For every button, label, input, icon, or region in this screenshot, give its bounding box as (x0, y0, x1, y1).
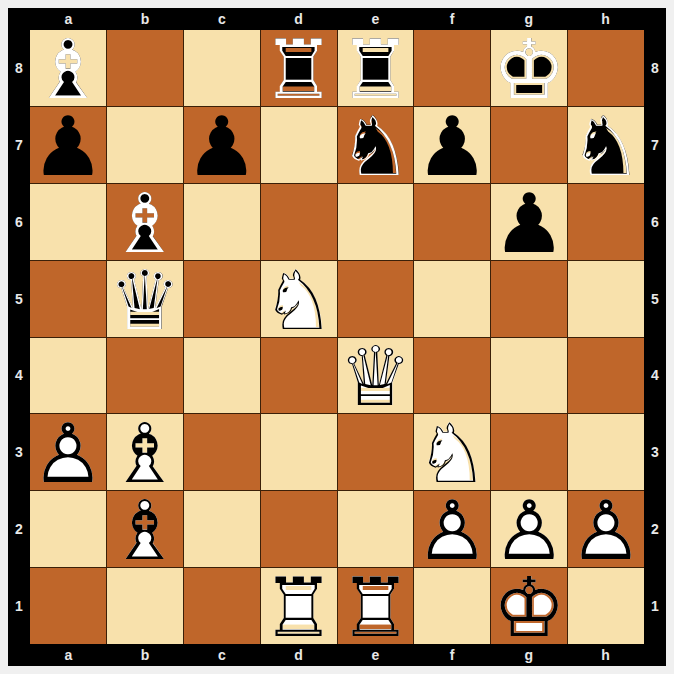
piece-fill-layer: ♟ (491, 493, 567, 569)
piece-outline-layer: ♙ (30, 416, 106, 492)
piece-outline-layer: ♘ (338, 109, 414, 185)
square-a5[interactable] (30, 261, 106, 337)
square-h3[interactable] (568, 414, 644, 490)
piece-fill-layer: ♜ (261, 570, 337, 646)
square-b1[interactable] (107, 568, 183, 644)
black-pawn: ♟ (30, 107, 106, 183)
left-rank-labels: 87654321 (8, 30, 30, 644)
file-label-a: a (30, 644, 107, 666)
square-g7[interactable] (491, 107, 567, 183)
square-e5[interactable] (338, 261, 414, 337)
file-label-h: h (567, 8, 644, 30)
piece-fill-layer: ♜ (338, 570, 414, 646)
piece-fill-layer: ♟ (568, 493, 644, 569)
rank-label-7: 7 (8, 107, 30, 184)
right-rank-labels: 87654321 (644, 30, 666, 644)
white-queen: ♛♕ (338, 338, 414, 414)
square-d2[interactable] (261, 491, 337, 567)
square-a3[interactable]: ♟♙ (30, 414, 106, 490)
file-label-e: e (337, 644, 414, 666)
piece-fill-layer: ♞ (568, 109, 644, 185)
piece-fill-layer: ♟ (491, 186, 567, 262)
black-knight: ♞♘ (568, 107, 644, 183)
piece-outline-layer: ♘ (568, 109, 644, 185)
black-pawn: ♟ (184, 107, 260, 183)
square-b6[interactable]: ♝♗ (107, 184, 183, 260)
square-f8[interactable] (414, 30, 490, 106)
square-a2[interactable] (30, 491, 106, 567)
black-bishop: ♝♗ (107, 184, 183, 260)
black-king: ♚♔ (491, 30, 567, 106)
black-pawn: ♟ (491, 184, 567, 260)
piece-fill-layer: ♝ (30, 32, 106, 108)
square-h7[interactable]: ♞♘ (568, 107, 644, 183)
piece-fill-layer: ♜ (338, 32, 414, 108)
square-e7[interactable]: ♞♘ (338, 107, 414, 183)
square-a4[interactable] (30, 338, 106, 414)
square-g2[interactable]: ♟♙ (491, 491, 567, 567)
square-f6[interactable] (414, 184, 490, 260)
rank-label-5: 5 (8, 260, 30, 337)
rank-label-3: 3 (8, 414, 30, 491)
black-bishop: ♝♗ (30, 30, 106, 106)
piece-fill-layer: ♝ (107, 493, 183, 569)
white-pawn: ♟♙ (414, 491, 490, 567)
square-e1[interactable]: ♜♖ (338, 568, 414, 644)
file-label-a: a (30, 8, 107, 30)
square-c4[interactable] (184, 338, 260, 414)
square-g4[interactable] (491, 338, 567, 414)
piece-outline-layer: ♕ (107, 263, 183, 339)
square-g6[interactable]: ♟ (491, 184, 567, 260)
white-bishop: ♝♗ (107, 414, 183, 490)
file-label-g: g (491, 644, 568, 666)
square-h4[interactable] (568, 338, 644, 414)
square-c2[interactable] (184, 491, 260, 567)
square-d8[interactable]: ♜♖ (261, 30, 337, 106)
square-b4[interactable] (107, 338, 183, 414)
border-corner-bottom-left (8, 644, 30, 666)
piece-outline-layer: ♖ (261, 32, 337, 108)
square-d6[interactable] (261, 184, 337, 260)
piece-fill-layer: ♞ (414, 416, 490, 492)
white-pawn: ♟♙ (568, 491, 644, 567)
chess-board-frame: abcdefgh 87654321 ♝♗♜♖♜♖♚♔♟♟♞♘♟♞♘♝♗♟♛♕♞♘… (8, 8, 666, 666)
square-e3[interactable] (338, 414, 414, 490)
page: { "game": "chess", "position": "b2rr1k1/… (0, 0, 674, 674)
file-label-e: e (337, 8, 414, 30)
piece-fill-layer: ♟ (184, 109, 260, 185)
rank-label-3: 3 (644, 414, 666, 491)
piece-outline-layer: ♗ (30, 32, 106, 108)
square-c6[interactable] (184, 184, 260, 260)
piece-outline-layer: ♔ (491, 32, 567, 108)
square-c8[interactable] (184, 30, 260, 106)
piece-outline-layer: ♘ (261, 263, 337, 339)
square-c3[interactable] (184, 414, 260, 490)
file-label-d: d (260, 8, 337, 30)
piece-outline-layer: ♙ (491, 493, 567, 569)
square-d5[interactable]: ♞♘ (261, 261, 337, 337)
square-f5[interactable] (414, 261, 490, 337)
square-d4[interactable] (261, 338, 337, 414)
piece-outline-layer: ♙ (414, 493, 490, 569)
rank-label-1: 1 (644, 567, 666, 644)
border-corner-top-left (8, 8, 30, 30)
square-a8[interactable]: ♝♗ (30, 30, 106, 106)
square-f4[interactable] (414, 338, 490, 414)
square-a1[interactable] (30, 568, 106, 644)
square-g8[interactable]: ♚♔ (491, 30, 567, 106)
rank-label-2: 2 (644, 491, 666, 568)
piece-fill-layer: ♚ (491, 32, 567, 108)
file-label-d: d (260, 644, 337, 666)
piece-fill-layer: ♞ (338, 109, 414, 185)
square-b7[interactable] (107, 107, 183, 183)
piece-fill-layer: ♟ (30, 109, 106, 185)
piece-outline-layer: ♘ (414, 416, 490, 492)
chess-board: ♝♗♜♖♜♖♚♔♟♟♞♘♟♞♘♝♗♟♛♕♞♘♛♕♟♙♝♗♞♘♝♗♟♙♟♙♟♙♜♖… (30, 30, 644, 644)
black-knight: ♞♘ (338, 107, 414, 183)
piece-outline-layer: ♖ (338, 32, 414, 108)
rank-label-6: 6 (8, 184, 30, 261)
square-d1[interactable]: ♜♖ (261, 568, 337, 644)
square-g3[interactable] (491, 414, 567, 490)
piece-outline-layer: ♔ (491, 570, 567, 646)
square-a6[interactable] (30, 184, 106, 260)
square-h2[interactable]: ♟♙ (568, 491, 644, 567)
square-f1[interactable] (414, 568, 490, 644)
square-g1[interactable]: ♚♔ (491, 568, 567, 644)
square-e6[interactable] (338, 184, 414, 260)
square-c7[interactable]: ♟ (184, 107, 260, 183)
rank-label-1: 1 (8, 567, 30, 644)
white-bishop: ♝♗ (107, 491, 183, 567)
square-f7[interactable]: ♟ (414, 107, 490, 183)
file-label-c: c (184, 644, 261, 666)
white-knight: ♞♘ (414, 414, 490, 490)
black-rook: ♜♖ (338, 30, 414, 106)
square-c5[interactable] (184, 261, 260, 337)
white-king: ♚♔ (491, 568, 567, 644)
rank-label-2: 2 (8, 491, 30, 568)
rank-label-7: 7 (644, 107, 666, 184)
piece-fill-layer: ♞ (261, 263, 337, 339)
piece-fill-layer: ♟ (30, 416, 106, 492)
file-label-c: c (184, 8, 261, 30)
white-pawn: ♟♙ (491, 491, 567, 567)
square-e2[interactable] (338, 491, 414, 567)
square-f2[interactable]: ♟♙ (414, 491, 490, 567)
piece-outline-layer: ♗ (107, 416, 183, 492)
square-d7[interactable] (261, 107, 337, 183)
black-queen: ♛♕ (107, 261, 183, 337)
file-label-b: b (107, 8, 184, 30)
piece-outline-layer: ♖ (338, 570, 414, 646)
piece-fill-layer: ♛ (107, 263, 183, 339)
square-h1[interactable] (568, 568, 644, 644)
piece-fill-layer: ♛ (338, 340, 414, 416)
square-e4[interactable]: ♛♕ (338, 338, 414, 414)
piece-outline-layer: ♖ (261, 570, 337, 646)
square-b8[interactable] (107, 30, 183, 106)
white-rook: ♜♖ (261, 568, 337, 644)
white-rook: ♜♖ (338, 568, 414, 644)
file-label-f: f (414, 644, 491, 666)
rank-label-4: 4 (8, 337, 30, 414)
square-b2[interactable]: ♝♗ (107, 491, 183, 567)
piece-outline-layer: ♗ (107, 493, 183, 569)
piece-fill-layer: ♟ (414, 493, 490, 569)
piece-fill-layer: ♝ (107, 186, 183, 262)
file-label-g: g (491, 8, 568, 30)
white-knight: ♞♘ (261, 261, 337, 337)
square-f3[interactable]: ♞♘ (414, 414, 490, 490)
file-label-b: b (107, 644, 184, 666)
file-label-f: f (414, 8, 491, 30)
square-b5[interactable]: ♛♕ (107, 261, 183, 337)
bottom-file-labels: abcdefgh (30, 644, 644, 666)
square-b3[interactable]: ♝♗ (107, 414, 183, 490)
piece-fill-layer: ♟ (414, 109, 490, 185)
piece-outline-layer: ♙ (568, 493, 644, 569)
piece-outline-layer: ♕ (338, 340, 414, 416)
square-d3[interactable] (261, 414, 337, 490)
rank-label-5: 5 (644, 260, 666, 337)
piece-outline-layer: ♗ (107, 186, 183, 262)
rank-label-8: 8 (644, 30, 666, 107)
square-h8[interactable] (568, 30, 644, 106)
black-rook: ♜♖ (261, 30, 337, 106)
border-corner-bottom-right (644, 644, 666, 666)
piece-fill-layer: ♜ (261, 32, 337, 108)
square-g5[interactable] (491, 261, 567, 337)
top-file-labels: abcdefgh (30, 8, 644, 30)
border-corner-top-right (644, 8, 666, 30)
file-label-h: h (567, 644, 644, 666)
piece-fill-layer: ♝ (107, 416, 183, 492)
black-pawn: ♟ (414, 107, 490, 183)
rank-label-4: 4 (644, 337, 666, 414)
square-a7[interactable]: ♟ (30, 107, 106, 183)
rank-label-8: 8 (8, 30, 30, 107)
square-e8[interactable]: ♜♖ (338, 30, 414, 106)
square-c1[interactable] (184, 568, 260, 644)
square-h6[interactable] (568, 184, 644, 260)
white-pawn: ♟♙ (30, 414, 106, 490)
rank-label-6: 6 (644, 184, 666, 261)
square-h5[interactable] (568, 261, 644, 337)
piece-fill-layer: ♚ (491, 570, 567, 646)
